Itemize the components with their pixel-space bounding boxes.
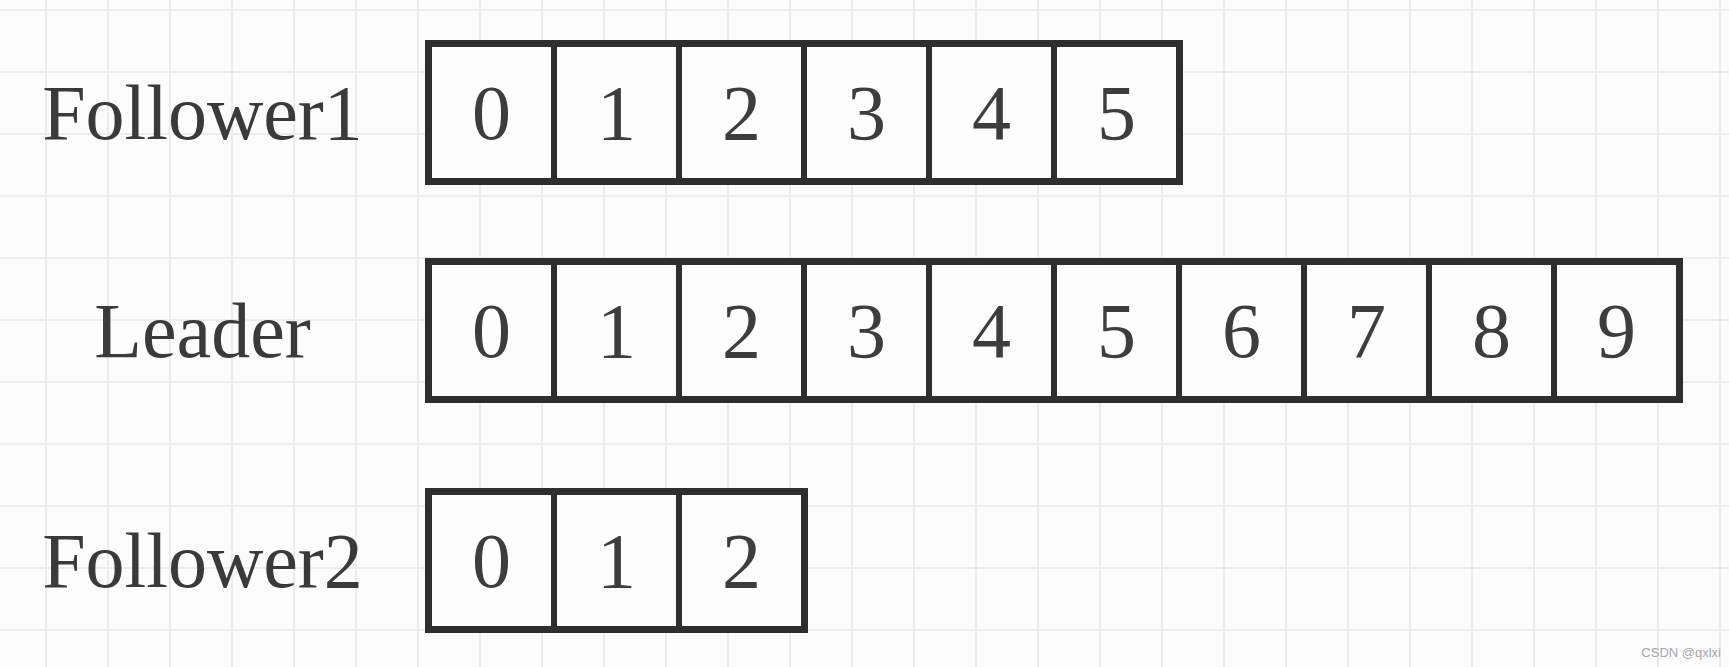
- leader-cell-0: 0: [432, 265, 551, 396]
- follower2-log-array: 0 1 2: [425, 488, 808, 633]
- row-leader: Leader 0 1 2 3 4 5 6 7 8 9: [0, 258, 1683, 403]
- leader-cell-8: 8: [1426, 265, 1551, 396]
- row-follower2: Follower2 0 1 2: [0, 488, 808, 633]
- follower2-label: Follower2: [0, 488, 405, 633]
- row-follower1: Follower1 0 1 2 3 4 5: [0, 40, 1183, 185]
- leader-cell-5: 5: [1051, 265, 1176, 396]
- follower1-cell-1: 1: [551, 47, 676, 178]
- leader-cell-4: 4: [926, 265, 1051, 396]
- leader-label: Leader: [0, 258, 405, 403]
- follower2-cell-1: 1: [551, 495, 676, 626]
- follower1-cell-3: 3: [801, 47, 926, 178]
- log-replication-diagram: Follower1 0 1 2 3 4 5 Leader 0 1 2 3 4 5…: [0, 0, 1729, 667]
- csdn-watermark: CSDN @qxlxi: [1641, 645, 1721, 660]
- leader-cell-6: 6: [1176, 265, 1301, 396]
- follower1-cell-5: 5: [1051, 47, 1176, 178]
- leader-cell-9: 9: [1551, 265, 1676, 396]
- follower1-cell-4: 4: [926, 47, 1051, 178]
- leader-cell-1: 1: [551, 265, 676, 396]
- follower1-log-array: 0 1 2 3 4 5: [425, 40, 1183, 185]
- leader-cell-7: 7: [1301, 265, 1426, 396]
- follower2-cell-2: 2: [676, 495, 801, 626]
- leader-log-array: 0 1 2 3 4 5 6 7 8 9: [425, 258, 1683, 403]
- follower1-cell-2: 2: [676, 47, 801, 178]
- leader-cell-2: 2: [676, 265, 801, 396]
- follower1-cell-0: 0: [432, 47, 551, 178]
- follower2-cell-0: 0: [432, 495, 551, 626]
- follower1-label: Follower1: [0, 40, 405, 185]
- leader-cell-3: 3: [801, 265, 926, 396]
